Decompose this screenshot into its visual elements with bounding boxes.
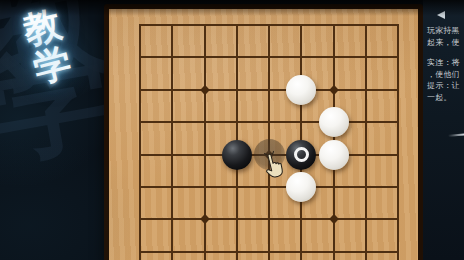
- board-intersection: [221, 138, 253, 170]
- tutorial-text: 玩家持黑起来，使实连：将，使他们提示：让一起。: [427, 25, 464, 112]
- white-stone: [319, 107, 349, 137]
- board-intersection: [317, 138, 349, 170]
- white-stone: [286, 172, 316, 202]
- hand-cursor-icon: [259, 148, 289, 182]
- tutorial-text-line: 起来，使: [427, 37, 464, 49]
- tutorial-text-line: ，使他们: [427, 69, 464, 81]
- board-intersection: [285, 171, 317, 203]
- tutorial-text-line: 玩家持黑: [427, 25, 464, 37]
- tutorial-text-line: 一起。: [427, 92, 464, 104]
- tutorial-panel: 玩家持黑起来，使实连：将，使他们提示：让一起。: [423, 0, 464, 260]
- collapse-panel-icon[interactable]: [437, 11, 445, 19]
- hint-intersection[interactable]: [253, 138, 285, 170]
- tutorial-text-line: 提示：让: [427, 80, 464, 92]
- goban-surface: [109, 9, 418, 260]
- board-intersection: [285, 74, 317, 106]
- black-stone: [222, 140, 252, 170]
- black-stone-last-move: [286, 140, 316, 170]
- tutorial-paragraph: 玩家持黑起来，使: [427, 25, 464, 48]
- board-intersection: [285, 138, 317, 170]
- panel-divider: [448, 133, 464, 137]
- tutorial-paragraph: 实连：将，使他们提示：让一起。: [427, 57, 464, 103]
- goban[interactable]: [104, 4, 423, 260]
- calligraphy-backdrop: 教 学 教 学: [0, 0, 110, 260]
- stones-grid: [124, 9, 414, 260]
- go-tutorial-screen: 教 学 教 学 玩家持黑起来，使实连：将，使他们提示：让一起。: [0, 0, 464, 260]
- tutorial-text-line: 实连：将: [427, 57, 464, 69]
- white-stone: [319, 140, 349, 170]
- white-stone: [286, 75, 316, 105]
- board-intersection: [317, 106, 349, 138]
